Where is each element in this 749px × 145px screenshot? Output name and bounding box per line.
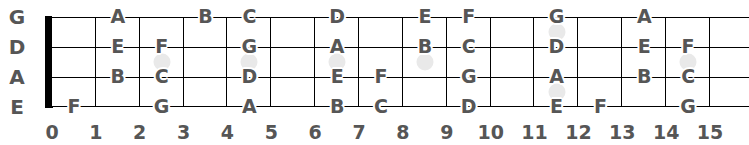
fret-cell — [578, 47, 622, 77]
fret-cell — [710, 17, 749, 47]
fret-number-4: 4 — [221, 123, 234, 142]
fret-number-0: 0 — [45, 123, 58, 142]
note-letter-D-string-fret-7: A — [330, 37, 345, 56]
string-label-E: E — [10, 97, 24, 117]
fret-cell — [710, 77, 749, 107]
note-letter-G-string-fret-5: C — [242, 7, 256, 26]
note-letter-A-string-fret-2: B — [111, 67, 125, 86]
note-letter-A-string-fret-10: G — [461, 67, 477, 86]
fret-number-9: 9 — [440, 123, 453, 142]
fret-number-3: 3 — [177, 123, 190, 142]
fret-number-10: 10 — [477, 123, 503, 142]
note-letter-A-string-fret-3: C — [155, 67, 169, 86]
note-letter-D-string-fret-9: B — [418, 37, 432, 56]
note-letter-D-string-fret-15: F — [682, 37, 695, 56]
note-letter-D-string-fret-3: F — [155, 37, 168, 56]
fret-number-13: 13 — [609, 123, 635, 142]
note-letter-D-string-fret-2: E — [111, 37, 124, 56]
fret-number-15: 15 — [697, 123, 723, 142]
note-letter-E-string-fret-3: G — [154, 97, 170, 116]
string-line — [45, 17, 53, 18]
string-line — [45, 77, 53, 78]
fret-number-11: 11 — [521, 123, 547, 142]
note-letter-E-string-fret-15: G — [680, 97, 696, 116]
note-letter-G-string-fret-4: B — [198, 7, 212, 26]
fret-cell — [710, 47, 749, 77]
fret-cell — [403, 77, 447, 107]
fret-number-14: 14 — [653, 123, 679, 142]
fret-cell — [271, 77, 315, 107]
string-label-D: D — [9, 37, 26, 57]
note-letter-D-string-fret-12: D — [549, 37, 565, 56]
note-letter-A-string-fret-12: A — [549, 67, 564, 86]
fret-number-2: 2 — [133, 123, 146, 142]
fret-number-1: 1 — [89, 123, 102, 142]
note-letter-A-string-fret-8: F — [375, 67, 388, 86]
note-letter-E-string-fret-10: D — [461, 97, 477, 116]
fret-cell — [52, 47, 96, 77]
fret-cell — [271, 17, 315, 47]
fret-cell — [491, 77, 535, 107]
fret-cell — [578, 17, 622, 47]
note-letter-E-string-fret-7: B — [330, 97, 344, 116]
nut — [45, 16, 52, 108]
fret-number-8: 8 — [396, 123, 409, 142]
note-letter-E-string-fret-13: F — [594, 97, 607, 116]
note-letter-A-string-fret-15: C — [681, 67, 695, 86]
note-letter-E-string-fret-5: A — [242, 97, 257, 116]
fret-number-5: 5 — [265, 123, 278, 142]
fret-cell — [271, 47, 315, 77]
note-letter-E-string-fret-1: F — [67, 97, 80, 116]
string-label-G: G — [9, 7, 25, 27]
note-letter-G-string-fret-12: G — [549, 7, 565, 26]
note-letter-A-string-fret-7: E — [331, 67, 344, 86]
note-letter-D-string-fret-14: E — [638, 37, 651, 56]
string-label-A: A — [9, 67, 24, 87]
note-letter-D-string-fret-10: C — [462, 37, 476, 56]
fret-number-7: 7 — [352, 123, 365, 142]
note-letter-D-string-fret-5: G — [242, 37, 258, 56]
note-letter-G-string-fret-14: A — [637, 7, 652, 26]
fret-number-6: 6 — [309, 123, 322, 142]
note-letter-G-string-fret-10: F — [462, 7, 475, 26]
note-letter-A-string-fret-14: B — [637, 67, 651, 86]
note-letter-G-string-fret-9: E — [418, 7, 431, 26]
fret-number-12: 12 — [565, 123, 591, 142]
note-letter-G-string-fret-2: A — [110, 7, 125, 26]
note-letter-E-string-fret-12: E — [550, 97, 563, 116]
fretboard-diagram: ABCDEFGAEFGABCDEFBCDEFGABCFGABCDEFGGDAE0… — [0, 0, 749, 145]
fret-cell — [184, 77, 228, 107]
note-letter-G-string-fret-7: D — [329, 7, 345, 26]
fret-cell — [184, 47, 228, 77]
string-line — [45, 47, 53, 48]
fret-cell — [491, 47, 535, 77]
string-line — [45, 107, 53, 108]
fret-cell — [491, 17, 535, 47]
fret-cell — [52, 17, 96, 47]
note-letter-A-string-fret-5: D — [242, 67, 258, 86]
fret-cell — [359, 17, 403, 47]
note-letter-E-string-fret-8: C — [374, 97, 388, 116]
